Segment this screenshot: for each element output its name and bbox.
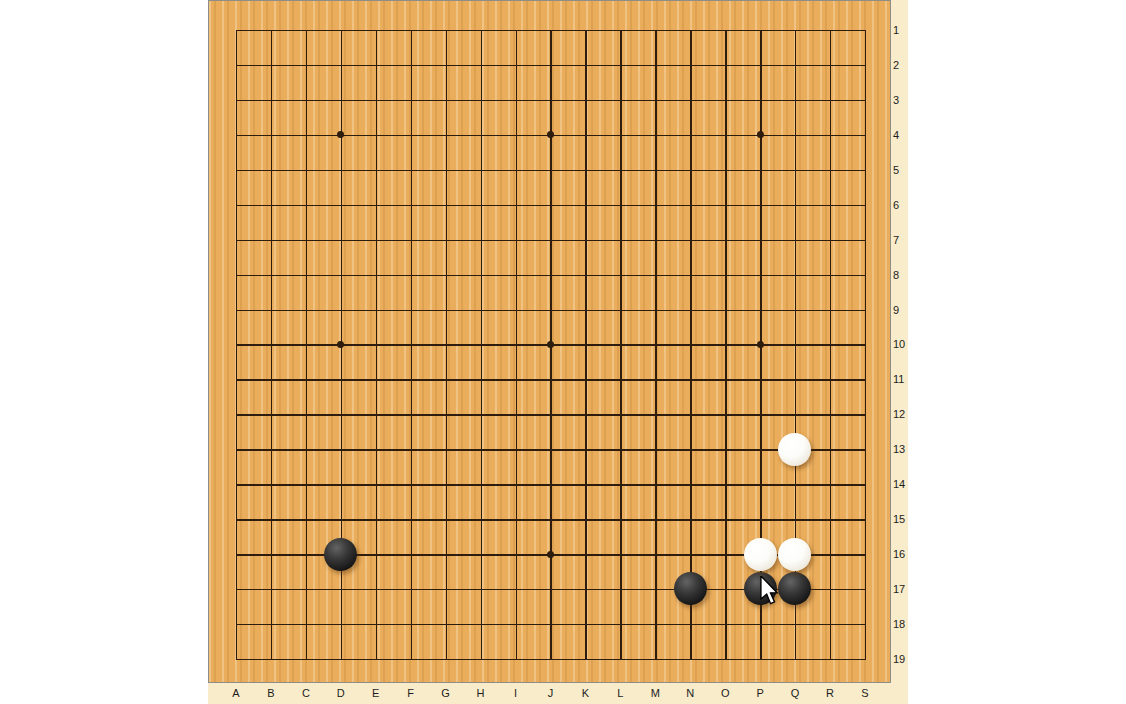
row-label: 18 bbox=[893, 618, 905, 630]
row-label: 17 bbox=[893, 583, 905, 595]
star-point bbox=[757, 341, 764, 348]
row-label: 14 bbox=[893, 478, 905, 490]
column-label: M bbox=[651, 685, 660, 701]
star-point bbox=[547, 341, 554, 348]
row-label: 3 bbox=[893, 94, 899, 106]
star-point bbox=[547, 131, 554, 138]
row-label: 16 bbox=[893, 548, 905, 560]
white-stone bbox=[778, 538, 811, 571]
row-label: 9 bbox=[893, 304, 899, 316]
column-label: L bbox=[617, 685, 623, 701]
black-stone bbox=[324, 538, 357, 571]
row-label: 11 bbox=[893, 373, 904, 385]
column-label: H bbox=[477, 685, 485, 701]
column-label: G bbox=[441, 685, 450, 701]
white-stone bbox=[778, 433, 811, 466]
star-point bbox=[757, 131, 764, 138]
column-label: S bbox=[861, 685, 868, 701]
star-point bbox=[337, 131, 344, 138]
row-label: 12 bbox=[893, 408, 905, 420]
column-label: F bbox=[407, 685, 414, 701]
star-point bbox=[337, 341, 344, 348]
row-label: 1 bbox=[893, 24, 899, 36]
row-label: 10 bbox=[893, 338, 905, 350]
black-stone bbox=[674, 572, 707, 605]
column-label: J bbox=[548, 685, 554, 701]
row-label: 2 bbox=[893, 59, 899, 71]
row-label: 7 bbox=[893, 234, 899, 246]
row-label: 5 bbox=[893, 164, 899, 176]
column-label: C bbox=[302, 685, 310, 701]
row-label: 15 bbox=[893, 513, 905, 525]
row-label: 4 bbox=[893, 129, 899, 141]
go-board[interactable] bbox=[208, 0, 891, 683]
black-stone bbox=[778, 572, 811, 605]
star-point bbox=[547, 551, 554, 558]
row-label: 19 bbox=[893, 653, 905, 665]
column-label: B bbox=[267, 685, 274, 701]
mouse-cursor-icon bbox=[759, 576, 779, 606]
column-label: A bbox=[232, 685, 239, 701]
column-label: P bbox=[756, 685, 763, 701]
goban-plate: ABCDEFGHIJKLMNOPQRS 12345678910111213141… bbox=[208, 0, 908, 704]
column-label: I bbox=[514, 685, 517, 701]
column-label: K bbox=[582, 685, 589, 701]
row-label: 8 bbox=[893, 269, 899, 281]
column-label: D bbox=[337, 685, 345, 701]
white-stone bbox=[744, 538, 777, 571]
column-label: N bbox=[686, 685, 694, 701]
row-label: 13 bbox=[893, 443, 905, 455]
column-label: E bbox=[372, 685, 379, 701]
row-label: 6 bbox=[893, 199, 899, 211]
stones-grid[interactable] bbox=[219, 13, 883, 677]
column-label: Q bbox=[791, 685, 800, 701]
column-label: R bbox=[826, 685, 834, 701]
column-label: O bbox=[721, 685, 730, 701]
